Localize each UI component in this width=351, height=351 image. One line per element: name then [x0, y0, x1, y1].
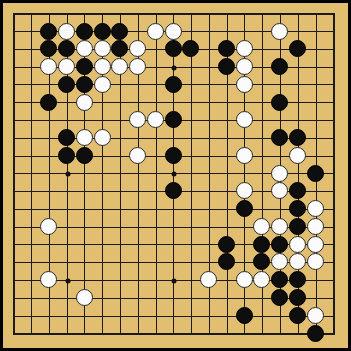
white-stone[interactable]	[165, 23, 182, 40]
white-stone[interactable]	[129, 147, 146, 164]
black-stone[interactable]	[271, 129, 288, 146]
white-stone[interactable]	[129, 111, 146, 128]
black-stone[interactable]	[271, 94, 288, 111]
black-stone[interactable]	[58, 40, 75, 57]
black-stone[interactable]	[76, 58, 93, 75]
black-stone[interactable]	[40, 23, 57, 40]
white-stone[interactable]	[76, 40, 93, 57]
white-stone[interactable]	[236, 182, 253, 199]
black-stone[interactable]	[289, 40, 306, 57]
black-stone[interactable]	[76, 76, 93, 93]
black-stone[interactable]	[58, 76, 75, 93]
black-stone[interactable]	[253, 253, 270, 270]
black-stone[interactable]	[271, 289, 288, 306]
white-stone[interactable]	[76, 289, 93, 306]
black-stone[interactable]	[76, 23, 93, 40]
black-stone[interactable]	[94, 23, 111, 40]
black-stone[interactable]	[40, 40, 57, 57]
white-stone[interactable]	[200, 271, 217, 288]
white-stone[interactable]	[271, 165, 288, 182]
white-stone[interactable]	[307, 218, 324, 235]
black-stone[interactable]	[111, 40, 128, 57]
black-stone[interactable]	[289, 271, 306, 288]
black-stone[interactable]	[236, 307, 253, 324]
white-stone[interactable]	[129, 58, 146, 75]
black-stone[interactable]	[289, 182, 306, 199]
white-stone[interactable]	[40, 218, 57, 235]
white-stone[interactable]	[271, 218, 288, 235]
black-stone[interactable]	[218, 253, 235, 270]
black-stone[interactable]	[182, 40, 199, 57]
black-stone[interactable]	[289, 218, 306, 235]
black-stone[interactable]	[271, 58, 288, 75]
black-stone[interactable]	[218, 236, 235, 253]
white-stone[interactable]	[289, 253, 306, 270]
white-stone[interactable]	[76, 129, 93, 146]
black-stone[interactable]	[218, 58, 235, 75]
black-stone[interactable]	[165, 147, 182, 164]
white-stone[interactable]	[307, 307, 324, 324]
white-stone[interactable]	[94, 58, 111, 75]
black-stone[interactable]	[165, 182, 182, 199]
white-stone[interactable]	[307, 253, 324, 270]
black-stone[interactable]	[165, 111, 182, 128]
white-stone[interactable]	[307, 200, 324, 217]
white-stone[interactable]	[271, 23, 288, 40]
black-stone[interactable]	[307, 325, 324, 342]
white-stone[interactable]	[236, 76, 253, 93]
black-stone[interactable]	[271, 271, 288, 288]
black-stone[interactable]	[58, 129, 75, 146]
white-stone[interactable]	[236, 147, 253, 164]
white-stone[interactable]	[271, 182, 288, 199]
black-stone[interactable]	[40, 94, 57, 111]
black-stone[interactable]	[289, 129, 306, 146]
black-stone[interactable]	[76, 147, 93, 164]
black-stone[interactable]	[289, 307, 306, 324]
white-stone[interactable]	[76, 94, 93, 111]
white-stone[interactable]	[253, 218, 270, 235]
black-stone[interactable]	[58, 147, 75, 164]
black-stone[interactable]	[165, 40, 182, 57]
white-stone[interactable]	[94, 129, 111, 146]
black-stone[interactable]	[307, 165, 324, 182]
white-stone[interactable]	[94, 76, 111, 93]
white-stone[interactable]	[40, 58, 57, 75]
white-stone[interactable]	[111, 58, 128, 75]
white-stone[interactable]	[289, 147, 306, 164]
black-stone[interactable]	[289, 289, 306, 306]
white-stone[interactable]	[147, 23, 164, 40]
white-stone[interactable]	[236, 58, 253, 75]
white-stone[interactable]	[236, 271, 253, 288]
white-stone[interactable]	[129, 40, 146, 57]
white-stone[interactable]	[236, 40, 253, 57]
black-stone[interactable]	[271, 236, 288, 253]
white-stone[interactable]	[307, 236, 324, 253]
white-stone[interactable]	[58, 23, 75, 40]
white-stone[interactable]	[147, 111, 164, 128]
go-board[interactable]	[0, 0, 351, 351]
black-stone[interactable]	[289, 200, 306, 217]
white-stone[interactable]	[40, 271, 57, 288]
white-stone[interactable]	[94, 40, 111, 57]
white-stone[interactable]	[236, 111, 253, 128]
white-stone[interactable]	[289, 236, 306, 253]
black-stone[interactable]	[111, 23, 128, 40]
stones-layer	[4, 4, 342, 342]
black-stone[interactable]	[236, 200, 253, 217]
white-stone[interactable]	[271, 253, 288, 270]
white-stone[interactable]	[58, 58, 75, 75]
black-stone[interactable]	[218, 40, 235, 57]
white-stone[interactable]	[253, 271, 270, 288]
black-stone[interactable]	[165, 76, 182, 93]
black-stone[interactable]	[253, 236, 270, 253]
